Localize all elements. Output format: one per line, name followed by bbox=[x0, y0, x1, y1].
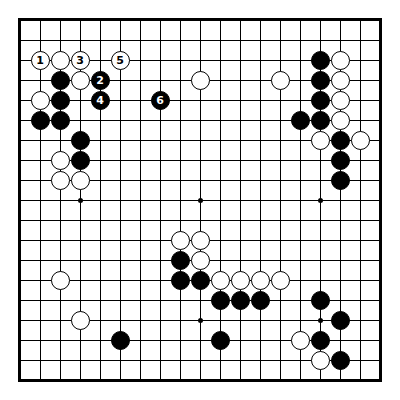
black-stone bbox=[291, 111, 310, 130]
black-stone bbox=[111, 331, 130, 350]
black-stone bbox=[251, 291, 270, 310]
white-stone bbox=[291, 331, 310, 350]
white-stone bbox=[31, 91, 50, 110]
black-stone bbox=[51, 91, 70, 110]
white-stone bbox=[231, 271, 250, 290]
black-stone bbox=[311, 331, 330, 350]
black-stone bbox=[191, 271, 210, 290]
black-stone bbox=[211, 331, 230, 350]
black-stone bbox=[331, 171, 350, 190]
black-stone bbox=[51, 111, 70, 130]
white-stone bbox=[331, 71, 350, 90]
black-stone bbox=[331, 151, 350, 170]
white-stone bbox=[311, 351, 330, 370]
white-stone bbox=[331, 51, 350, 70]
white-stone bbox=[71, 71, 90, 90]
black-stone bbox=[311, 71, 330, 90]
black-stone bbox=[31, 111, 50, 130]
black-stone bbox=[71, 151, 90, 170]
black-stone bbox=[171, 251, 190, 270]
stone-layer: 135246 bbox=[10, 10, 390, 390]
white-stone bbox=[171, 231, 190, 250]
white-stone bbox=[271, 271, 290, 290]
white-stone bbox=[271, 71, 290, 90]
white-stone bbox=[351, 131, 370, 150]
black-stone bbox=[311, 51, 330, 70]
move-2-stone: 2 bbox=[91, 71, 110, 90]
white-stone bbox=[71, 311, 90, 330]
white-stone bbox=[331, 91, 350, 110]
black-stone bbox=[71, 131, 90, 150]
black-stone bbox=[331, 351, 350, 370]
white-stone bbox=[51, 271, 70, 290]
move-3-stone: 3 bbox=[71, 51, 90, 70]
black-stone bbox=[331, 131, 350, 150]
white-stone bbox=[311, 131, 330, 150]
black-stone bbox=[171, 271, 190, 290]
white-stone bbox=[251, 271, 270, 290]
black-stone bbox=[311, 291, 330, 310]
white-stone bbox=[191, 231, 210, 250]
white-stone bbox=[51, 51, 70, 70]
white-stone bbox=[51, 151, 70, 170]
black-stone bbox=[331, 311, 350, 330]
move-6-stone: 6 bbox=[151, 91, 170, 110]
move-1-stone: 1 bbox=[31, 51, 50, 70]
black-stone bbox=[231, 291, 250, 310]
white-stone bbox=[191, 71, 210, 90]
move-5-stone: 5 bbox=[111, 51, 130, 70]
white-stone bbox=[211, 271, 230, 290]
white-stone bbox=[331, 111, 350, 130]
white-stone bbox=[71, 171, 90, 190]
black-stone bbox=[211, 291, 230, 310]
move-4-stone: 4 bbox=[91, 91, 110, 110]
white-stone bbox=[191, 251, 210, 270]
black-stone bbox=[311, 91, 330, 110]
go-board: 135246 bbox=[0, 0, 400, 400]
white-stone bbox=[51, 171, 70, 190]
black-stone bbox=[311, 111, 330, 130]
black-stone bbox=[51, 71, 70, 90]
